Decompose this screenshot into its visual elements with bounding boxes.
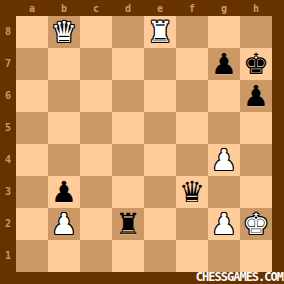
square-e5[interactable] bbox=[144, 112, 176, 144]
white-pawn-g2[interactable]: ♟ bbox=[208, 208, 240, 240]
square-f7[interactable] bbox=[176, 48, 208, 80]
square-g6[interactable] bbox=[208, 80, 240, 112]
square-c7[interactable] bbox=[80, 48, 112, 80]
square-h5[interactable] bbox=[240, 112, 272, 144]
black-pawn-g7[interactable]: ♟ bbox=[208, 48, 240, 80]
square-a5[interactable] bbox=[16, 112, 48, 144]
rank-label-3: 3 bbox=[0, 176, 16, 208]
square-g8[interactable] bbox=[208, 16, 240, 48]
white-pawn-b2[interactable]: ♟ bbox=[48, 208, 80, 240]
square-h1[interactable] bbox=[240, 240, 272, 272]
chess-diagram: abcdefgh 87654321 ♛♜♟♚♟♟♟♛♟♜♟♚ CHESSGAME… bbox=[0, 0, 284, 284]
square-g5[interactable] bbox=[208, 112, 240, 144]
square-b7[interactable] bbox=[48, 48, 80, 80]
square-d5[interactable] bbox=[112, 112, 144, 144]
square-d6[interactable] bbox=[112, 80, 144, 112]
white-queen-b8[interactable]: ♛ bbox=[48, 16, 80, 48]
square-b2[interactable]: ♟ bbox=[48, 208, 80, 240]
square-d1[interactable] bbox=[112, 240, 144, 272]
square-c5[interactable] bbox=[80, 112, 112, 144]
square-a6[interactable] bbox=[16, 80, 48, 112]
square-c8[interactable] bbox=[80, 16, 112, 48]
square-d2[interactable]: ♜ bbox=[112, 208, 144, 240]
black-rook-d2[interactable]: ♜ bbox=[112, 208, 144, 240]
square-d4[interactable] bbox=[112, 144, 144, 176]
square-e4[interactable] bbox=[144, 144, 176, 176]
file-label-f: f bbox=[176, 2, 208, 15]
square-a8[interactable] bbox=[16, 16, 48, 48]
file-label-h: h bbox=[240, 2, 272, 15]
black-pawn-h6[interactable]: ♟ bbox=[240, 80, 272, 112]
white-rook-e8[interactable]: ♜ bbox=[144, 16, 176, 48]
square-c3[interactable] bbox=[80, 176, 112, 208]
rank-label-7: 7 bbox=[0, 48, 16, 80]
rank-label-5: 5 bbox=[0, 112, 16, 144]
square-e1[interactable] bbox=[144, 240, 176, 272]
square-h6[interactable]: ♟ bbox=[240, 80, 272, 112]
square-b6[interactable] bbox=[48, 80, 80, 112]
square-f3[interactable]: ♛ bbox=[176, 176, 208, 208]
square-d7[interactable] bbox=[112, 48, 144, 80]
square-b8[interactable]: ♛ bbox=[48, 16, 80, 48]
square-f6[interactable] bbox=[176, 80, 208, 112]
rank-label-6: 6 bbox=[0, 80, 16, 112]
square-g1[interactable] bbox=[208, 240, 240, 272]
square-f5[interactable] bbox=[176, 112, 208, 144]
rank-label-1: 1 bbox=[0, 240, 16, 272]
square-f4[interactable] bbox=[176, 144, 208, 176]
square-c2[interactable] bbox=[80, 208, 112, 240]
square-b3[interactable]: ♟ bbox=[48, 176, 80, 208]
square-b4[interactable] bbox=[48, 144, 80, 176]
square-f1[interactable] bbox=[176, 240, 208, 272]
watermark-chessgames: CHESSGAMES.COM bbox=[196, 271, 283, 284]
square-f8[interactable] bbox=[176, 16, 208, 48]
black-king-h7[interactable]: ♚ bbox=[240, 48, 272, 80]
square-e6[interactable] bbox=[144, 80, 176, 112]
square-e2[interactable] bbox=[144, 208, 176, 240]
square-g3[interactable] bbox=[208, 176, 240, 208]
square-a7[interactable] bbox=[16, 48, 48, 80]
square-a4[interactable] bbox=[16, 144, 48, 176]
square-a3[interactable] bbox=[16, 176, 48, 208]
file-label-g: g bbox=[208, 2, 240, 15]
square-h3[interactable] bbox=[240, 176, 272, 208]
square-h8[interactable] bbox=[240, 16, 272, 48]
square-g7[interactable]: ♟ bbox=[208, 48, 240, 80]
file-label-b: b bbox=[48, 2, 80, 15]
square-e8[interactable]: ♜ bbox=[144, 16, 176, 48]
square-c4[interactable] bbox=[80, 144, 112, 176]
square-b5[interactable] bbox=[48, 112, 80, 144]
square-c1[interactable] bbox=[80, 240, 112, 272]
white-pawn-g4[interactable]: ♟ bbox=[208, 144, 240, 176]
square-g4[interactable]: ♟ bbox=[208, 144, 240, 176]
white-king-h2[interactable]: ♚ bbox=[240, 208, 272, 240]
square-g2[interactable]: ♟ bbox=[208, 208, 240, 240]
rank-label-8: 8 bbox=[0, 16, 16, 48]
square-c6[interactable] bbox=[80, 80, 112, 112]
square-h7[interactable]: ♚ bbox=[240, 48, 272, 80]
rank-label-2: 2 bbox=[0, 208, 16, 240]
black-queen-f3[interactable]: ♛ bbox=[176, 176, 208, 208]
square-d3[interactable] bbox=[112, 176, 144, 208]
file-label-e: e bbox=[144, 2, 176, 15]
square-b1[interactable] bbox=[48, 240, 80, 272]
square-e7[interactable] bbox=[144, 48, 176, 80]
rank-label-4: 4 bbox=[0, 144, 16, 176]
square-f2[interactable] bbox=[176, 208, 208, 240]
file-label-a: a bbox=[16, 2, 48, 15]
file-label-c: c bbox=[80, 2, 112, 15]
black-pawn-b3[interactable]: ♟ bbox=[48, 176, 80, 208]
square-h2[interactable]: ♚ bbox=[240, 208, 272, 240]
square-h4[interactable] bbox=[240, 144, 272, 176]
chess-board: ♛♜♟♚♟♟♟♛♟♜♟♚ bbox=[16, 16, 272, 272]
square-d8[interactable] bbox=[112, 16, 144, 48]
file-label-d: d bbox=[112, 2, 144, 15]
square-a1[interactable] bbox=[16, 240, 48, 272]
square-a2[interactable] bbox=[16, 208, 48, 240]
square-e3[interactable] bbox=[144, 176, 176, 208]
